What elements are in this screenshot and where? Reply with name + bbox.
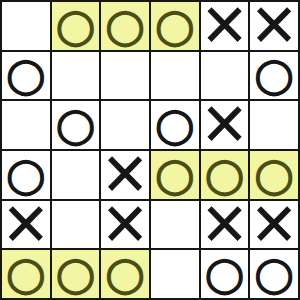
o-mark: ○ xyxy=(6,151,46,197)
cell-r1c1[interactable] xyxy=(52,52,100,100)
cell-r2c3[interactable]: ○ xyxy=(151,101,199,149)
cell-r0c3[interactable]: ○ xyxy=(151,2,199,50)
cell-r0c4[interactable]: × xyxy=(201,2,249,50)
cell-r4c4[interactable]: × xyxy=(201,201,249,249)
o-mark: ○ xyxy=(55,2,95,48)
cell-r3c5[interactable]: ○ xyxy=(250,151,298,199)
cell-r3c4[interactable]: ○ xyxy=(201,151,249,199)
cell-r1c0[interactable]: ○ xyxy=(2,52,50,100)
cell-r5c4[interactable]: ○ xyxy=(201,250,249,298)
o-mark: ○ xyxy=(254,250,294,296)
o-mark: ○ xyxy=(155,151,195,197)
o-mark: ○ xyxy=(6,250,46,296)
x-mark: × xyxy=(201,101,249,149)
x-mark: × xyxy=(201,2,249,50)
cell-r1c4[interactable] xyxy=(201,52,249,100)
o-mark: ○ xyxy=(254,52,294,98)
o-mark: ○ xyxy=(105,250,145,296)
cell-r4c5[interactable]: × xyxy=(250,201,298,249)
o-mark: ○ xyxy=(204,151,244,197)
x-mark: × xyxy=(101,201,149,249)
cell-r5c3[interactable] xyxy=(151,250,199,298)
cell-r2c0[interactable] xyxy=(2,101,50,149)
cell-r0c2[interactable]: ○ xyxy=(101,2,149,50)
cell-r5c2[interactable]: ○ xyxy=(101,250,149,298)
x-mark: × xyxy=(201,201,249,249)
cell-r2c1[interactable]: ○ xyxy=(52,101,100,149)
cell-r1c5[interactable]: ○ xyxy=(250,52,298,100)
cell-r3c1[interactable] xyxy=(52,151,100,199)
o-mark: ○ xyxy=(155,2,195,48)
cell-r5c5[interactable]: ○ xyxy=(250,250,298,298)
cell-r1c3[interactable] xyxy=(151,52,199,100)
cell-r5c0[interactable]: ○ xyxy=(2,250,50,298)
x-mark: × xyxy=(101,151,149,199)
puzzle-board: ○○○××○○○○×○×○○○××××○○○○○ xyxy=(0,0,300,300)
o-mark: ○ xyxy=(204,250,244,296)
cell-r2c5[interactable] xyxy=(250,101,298,149)
o-mark: ○ xyxy=(55,101,95,147)
o-mark: ○ xyxy=(55,250,95,296)
cell-r4c1[interactable] xyxy=(52,201,100,249)
cell-r4c3[interactable] xyxy=(151,201,199,249)
cell-r4c0[interactable]: × xyxy=(2,201,50,249)
cell-r2c2[interactable] xyxy=(101,101,149,149)
cell-r2c4[interactable]: × xyxy=(201,101,249,149)
cell-r0c0[interactable] xyxy=(2,2,50,50)
cell-r4c2[interactable]: × xyxy=(101,201,149,249)
cell-r0c5[interactable]: × xyxy=(250,2,298,50)
cell-r3c2[interactable]: × xyxy=(101,151,149,199)
x-mark: × xyxy=(2,201,50,249)
x-mark: × xyxy=(250,201,298,249)
o-mark: ○ xyxy=(155,101,195,147)
cell-r3c3[interactable]: ○ xyxy=(151,151,199,199)
o-mark: ○ xyxy=(254,151,294,197)
cell-r0c1[interactable]: ○ xyxy=(52,2,100,50)
cell-r1c2[interactable] xyxy=(101,52,149,100)
o-mark: ○ xyxy=(105,2,145,48)
cell-r5c1[interactable]: ○ xyxy=(52,250,100,298)
o-mark: ○ xyxy=(6,52,46,98)
x-mark: × xyxy=(250,2,298,50)
cell-r3c0[interactable]: ○ xyxy=(2,151,50,199)
